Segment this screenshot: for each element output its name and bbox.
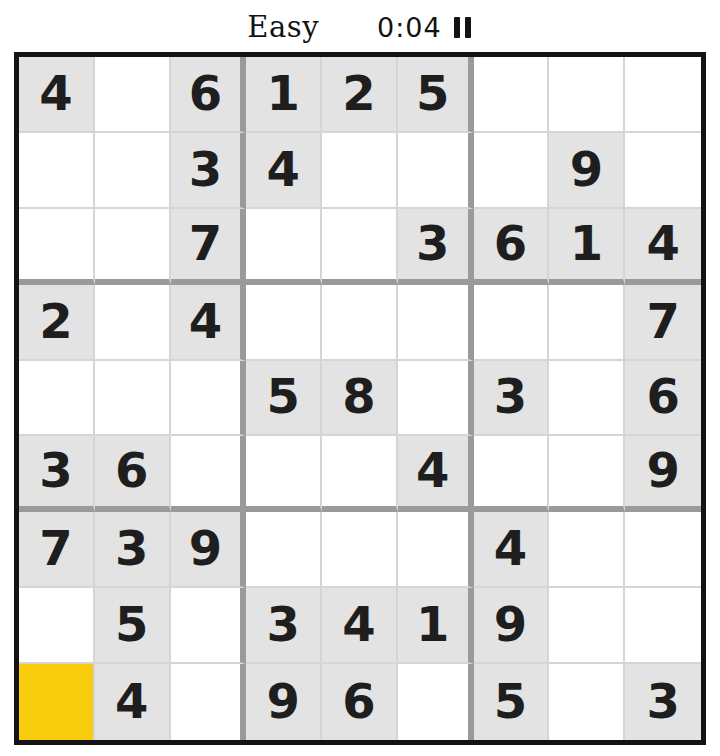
cell-r7c5[interactable] [322,512,398,588]
cell-r4c1[interactable]: 2 [19,285,95,361]
cell-r6c5[interactable] [322,436,398,512]
pause-icon [454,17,460,38]
cell-r3c1[interactable] [19,209,95,285]
cell-r3c8[interactable]: 1 [549,209,625,285]
cell-r1c5[interactable]: 2 [322,57,398,133]
timer: 0:04 [377,12,442,43]
cell-r3c4[interactable] [246,209,322,285]
cell-r8c6[interactable]: 1 [398,588,474,664]
cell-r9c2[interactable]: 4 [95,664,171,740]
cell-r5c3[interactable] [171,361,247,437]
cell-r4c4[interactable] [246,285,322,361]
cell-r4c2[interactable] [95,285,171,361]
cell-r9c9[interactable]: 3 [625,664,701,740]
cell-r2c3[interactable]: 3 [171,133,247,209]
cell-r1c8[interactable] [549,57,625,133]
cell-r7c9[interactable] [625,512,701,588]
cell-r6c6[interactable]: 4 [398,436,474,512]
cell-r3c7[interactable]: 6 [474,209,550,285]
cell-r9c5[interactable]: 6 [322,664,398,740]
cell-r6c4[interactable] [246,436,322,512]
cell-r6c8[interactable] [549,436,625,512]
cell-r5c9[interactable]: 6 [625,361,701,437]
cell-r9c1[interactable] [19,664,95,740]
cell-r8c7[interactable]: 9 [474,588,550,664]
cell-r5c5[interactable]: 8 [322,361,398,437]
cell-r8c5[interactable]: 4 [322,588,398,664]
cell-r1c6[interactable]: 5 [398,57,474,133]
cell-r4c8[interactable] [549,285,625,361]
cell-r8c4[interactable]: 3 [246,588,322,664]
cell-r2c6[interactable] [398,133,474,209]
cell-r2c9[interactable] [625,133,701,209]
cell-r7c2[interactable]: 3 [95,512,171,588]
cell-r4c7[interactable] [474,285,550,361]
cell-r6c9[interactable]: 9 [625,436,701,512]
cell-r1c2[interactable] [95,57,171,133]
cell-r5c2[interactable] [95,361,171,437]
pause-button[interactable] [452,15,473,40]
cell-r7c8[interactable] [549,512,625,588]
cell-r9c8[interactable] [549,664,625,740]
cell-r2c4[interactable]: 4 [246,133,322,209]
cell-r2c8[interactable]: 9 [549,133,625,209]
cell-r3c9[interactable]: 4 [625,209,701,285]
cell-r9c6[interactable] [398,664,474,740]
cell-r9c3[interactable] [171,664,247,740]
cell-r1c9[interactable] [625,57,701,133]
cell-r2c7[interactable] [474,133,550,209]
difficulty-label: Easy [247,10,319,44]
cell-r6c3[interactable] [171,436,247,512]
cell-r9c4[interactable]: 9 [246,664,322,740]
sudoku-board: 46125349736142475836364973945341949653 [14,52,706,745]
cell-r2c2[interactable] [95,133,171,209]
cell-r8c9[interactable] [625,588,701,664]
game-header: Easy 0:04 [0,0,720,52]
cell-r6c2[interactable]: 6 [95,436,171,512]
cell-r4c6[interactable] [398,285,474,361]
cell-r5c7[interactable]: 3 [474,361,550,437]
cell-r6c7[interactable] [474,436,550,512]
cell-r8c8[interactable] [549,588,625,664]
cell-r9c7[interactable]: 5 [474,664,550,740]
cell-r5c8[interactable] [549,361,625,437]
cell-r5c4[interactable]: 5 [246,361,322,437]
cell-r3c5[interactable] [322,209,398,285]
cell-r8c2[interactable]: 5 [95,588,171,664]
cell-r7c7[interactable]: 4 [474,512,550,588]
cell-r7c1[interactable]: 7 [19,512,95,588]
cell-r1c7[interactable] [474,57,550,133]
cell-r1c3[interactable]: 6 [171,57,247,133]
cell-r3c3[interactable]: 7 [171,209,247,285]
cell-r1c1[interactable]: 4 [19,57,95,133]
cell-r7c3[interactable]: 9 [171,512,247,588]
cell-r2c1[interactable] [19,133,95,209]
cell-r7c6[interactable] [398,512,474,588]
cell-r3c2[interactable] [95,209,171,285]
pause-icon [465,17,471,38]
cell-r1c4[interactable]: 1 [246,57,322,133]
cell-r6c1[interactable]: 3 [19,436,95,512]
cell-r2c5[interactable] [322,133,398,209]
cell-r5c6[interactable] [398,361,474,437]
cell-r4c9[interactable]: 7 [625,285,701,361]
cell-r5c1[interactable] [19,361,95,437]
cell-r7c4[interactable] [246,512,322,588]
cell-r8c1[interactable] [19,588,95,664]
cell-r3c6[interactable]: 3 [398,209,474,285]
timer-group: 0:04 [377,12,473,43]
cell-r4c5[interactable] [322,285,398,361]
cell-r4c3[interactable]: 4 [171,285,247,361]
cell-r8c3[interactable] [171,588,247,664]
